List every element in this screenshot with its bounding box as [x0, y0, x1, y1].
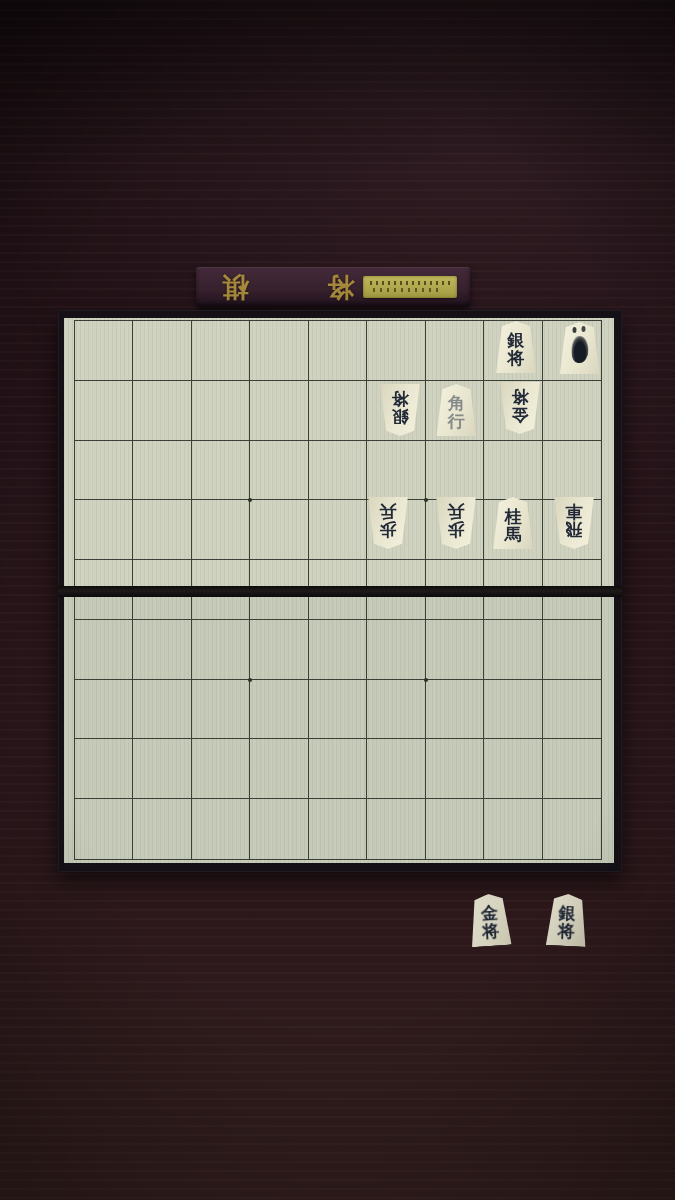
- piece-kanji: 桂: [505, 507, 522, 525]
- piece-kanji: 将: [557, 922, 575, 941]
- board-square-5h[interactable]: [309, 739, 367, 799]
- board-square-4f[interactable]: [367, 620, 425, 680]
- piece-kanji: 銀: [558, 904, 576, 923]
- board-square-1i[interactable]: [543, 799, 601, 859]
- board-square-9g[interactable]: [75, 680, 133, 740]
- piece-kanji: 行: [448, 412, 465, 430]
- board-square-9h[interactable]: [75, 739, 133, 799]
- board-square-4g[interactable]: [367, 680, 425, 740]
- board-square-4c[interactable]: [367, 441, 425, 501]
- board-square-2f[interactable]: [484, 620, 542, 680]
- board-square-8a[interactable]: [133, 321, 191, 381]
- board-square-3f[interactable]: [426, 620, 484, 680]
- piece-kanji: 将: [508, 349, 525, 367]
- piece-kanji: 歩: [379, 521, 396, 539]
- board-square-9i[interactable]: [75, 799, 133, 859]
- board-square-8i[interactable]: [133, 799, 191, 859]
- board-square-8g[interactable]: [133, 680, 191, 740]
- piece-kanji: 金: [512, 406, 529, 424]
- box-title-char-2: 棋: [222, 269, 249, 305]
- board-square-8c[interactable]: [133, 441, 191, 501]
- board-square-3h[interactable]: [426, 739, 484, 799]
- shogi-piece-box: 将 棋: [196, 267, 470, 307]
- board-square-6c[interactable]: [250, 441, 308, 501]
- board-square-5g[interactable]: [309, 680, 367, 740]
- board-square-6g[interactable]: [250, 680, 308, 740]
- piece-kanji: 将: [482, 921, 500, 940]
- board-square-8f[interactable]: [133, 620, 191, 680]
- piece-kanji: 将: [391, 390, 408, 408]
- board-square-2i[interactable]: [484, 799, 542, 859]
- board-square-8h[interactable]: [133, 739, 191, 799]
- board-square-6i[interactable]: [250, 799, 308, 859]
- board-square-8b[interactable]: [133, 381, 191, 441]
- board-square-1g[interactable]: [543, 680, 601, 740]
- piece-kanji: 車: [565, 503, 582, 521]
- board-square-1h[interactable]: [543, 739, 601, 799]
- piece-kanji: 馬: [505, 525, 522, 543]
- shogi-board: 銀将銀将角行金将歩兵歩兵桂馬飛車: [58, 310, 622, 872]
- board-square-9a[interactable]: [75, 321, 133, 381]
- board-square-6d[interactable]: [250, 500, 308, 560]
- piece-kanji: 兵: [448, 503, 465, 521]
- box-label-sticker: [363, 276, 457, 298]
- board-square-9c[interactable]: [75, 441, 133, 501]
- board-square-3c[interactable]: [426, 441, 484, 501]
- board-square-7c[interactable]: [192, 441, 250, 501]
- piece-kanji: 兵: [379, 503, 396, 521]
- illegible-kanji-blob: [571, 336, 588, 363]
- star-point: [424, 678, 428, 682]
- piece-kanji: 角: [448, 394, 465, 412]
- board-square-6a[interactable]: [250, 321, 308, 381]
- box-title-char-1: 将: [327, 269, 354, 305]
- box-title: 将 棋: [222, 270, 354, 304]
- board-square-2h[interactable]: [484, 739, 542, 799]
- board-square-9b[interactable]: [75, 381, 133, 441]
- board-square-9d[interactable]: [75, 500, 133, 560]
- piece-kanji: 銀: [508, 331, 525, 349]
- piece-kanji: 銀: [391, 408, 408, 426]
- board-square-4i[interactable]: [367, 799, 425, 859]
- board-square-6h[interactable]: [250, 739, 308, 799]
- board-square-7a[interactable]: [192, 321, 250, 381]
- board-square-7h[interactable]: [192, 739, 250, 799]
- board-square-5i[interactable]: [309, 799, 367, 859]
- board-square-5c[interactable]: [309, 441, 367, 501]
- board-square-3a[interactable]: [426, 321, 484, 381]
- board-square-7d[interactable]: [192, 500, 250, 560]
- board-square-4h[interactable]: [367, 739, 425, 799]
- board-square-7f[interactable]: [192, 620, 250, 680]
- board-hinge-fold: [58, 586, 622, 597]
- board-square-3g[interactable]: [426, 680, 484, 740]
- board-square-7g[interactable]: [192, 680, 250, 740]
- board-square-2g[interactable]: [484, 680, 542, 740]
- board-square-5f[interactable]: [309, 620, 367, 680]
- star-point: [424, 498, 428, 502]
- board-square-2c[interactable]: [484, 441, 542, 501]
- board-square-8d[interactable]: [133, 500, 191, 560]
- board-square-5d[interactable]: [309, 500, 367, 560]
- board-square-3i[interactable]: [426, 799, 484, 859]
- piece-kanji: 将: [512, 388, 529, 406]
- star-point: [248, 678, 252, 682]
- board-square-9f[interactable]: [75, 620, 133, 680]
- board-square-5a[interactable]: [309, 321, 367, 381]
- board-square-1f[interactable]: [543, 620, 601, 680]
- star-point: [248, 498, 252, 502]
- board-square-1c[interactable]: [543, 441, 601, 501]
- board-square-6f[interactable]: [250, 620, 308, 680]
- board-square-4a[interactable]: [367, 321, 425, 381]
- piece-kanji: 飛: [565, 521, 582, 539]
- piece-kanji: 歩: [448, 521, 465, 539]
- board-square-7i[interactable]: [192, 799, 250, 859]
- board-square-1b[interactable]: [543, 381, 601, 441]
- board-square-6b[interactable]: [250, 381, 308, 441]
- board-square-7b[interactable]: [192, 381, 250, 441]
- board-square-5b[interactable]: [309, 381, 367, 441]
